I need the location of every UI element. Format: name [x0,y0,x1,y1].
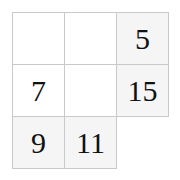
cell-r2c0: 9 [12,116,65,169]
cell-r1c0: 7 [12,64,65,117]
sum-grid-board: 5715911 [0,0,180,180]
puzzle-screen: 5715911 [0,0,180,180]
cell-r0c2: 5 [116,12,169,65]
cell-r2c1: 11 [64,116,117,169]
cell-r1c2: 15 [116,64,169,117]
cell-r1c1[interactable] [64,64,117,117]
cell-r0c1[interactable] [64,12,117,65]
cell-r0c0[interactable] [12,12,65,65]
